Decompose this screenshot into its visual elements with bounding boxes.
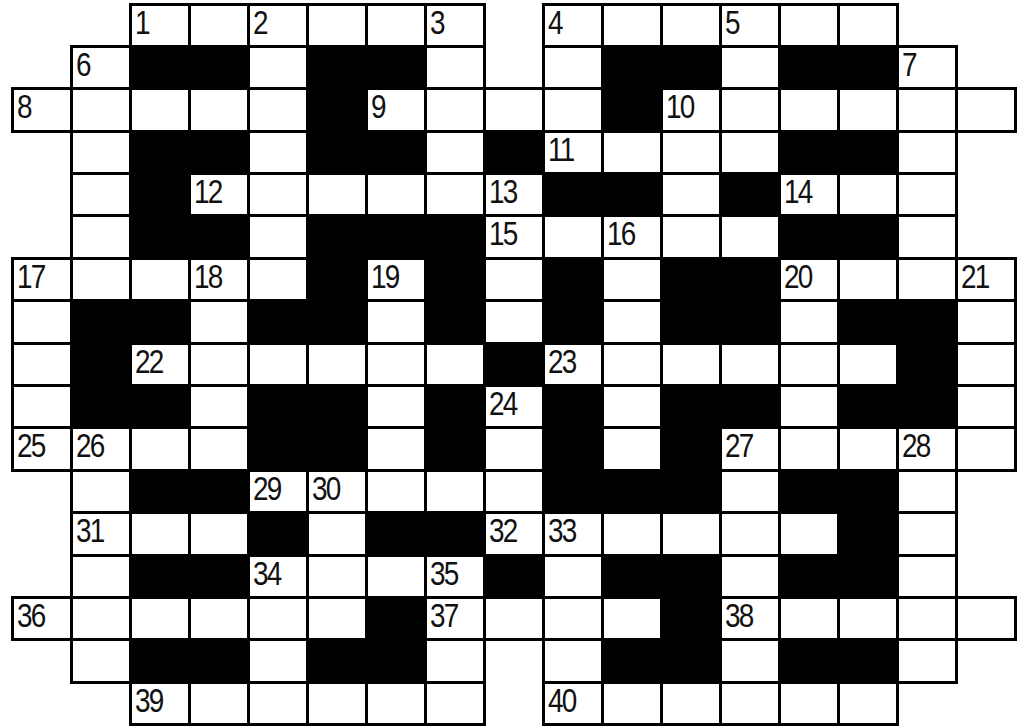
black-cell-r13-c8 (483, 554, 545, 599)
black-cell-r6-c11 (660, 257, 722, 302)
white-cell-r14-c3[interactable] (188, 596, 250, 641)
clue-number-17: 17 (17, 260, 45, 292)
black-cell-r7-c15 (896, 299, 958, 344)
white-cell-r12-c2[interactable] (129, 511, 191, 556)
clue-number-13: 13 (489, 175, 517, 207)
white-cell-r13-c15[interactable] (896, 554, 958, 599)
white-cell-r11-c8[interactable] (483, 469, 545, 514)
black-cell-r4-c9 (542, 172, 604, 217)
white-cell-r16-c13[interactable] (778, 681, 840, 726)
void-r13-c0 (12, 555, 71, 597)
white-cell-r12-c13[interactable] (778, 511, 840, 556)
white-cell-r1-c7[interactable] (424, 45, 486, 90)
void-r1-c16 (956, 46, 1015, 88)
white-cell-r9-c8[interactable]: 24 (483, 384, 545, 429)
white-cell-r0-c5[interactable] (306, 3, 368, 48)
white-cell-r14-c12[interactable]: 38 (719, 596, 781, 641)
white-cell-r13-c7[interactable]: 35 (424, 554, 486, 599)
white-cell-r5-c11[interactable] (660, 214, 722, 259)
black-cell-r3-c3 (188, 130, 250, 175)
void-r0-c1 (71, 4, 130, 46)
white-cell-r10-c14[interactable] (837, 426, 899, 471)
white-cell-r8-c6[interactable] (365, 342, 427, 387)
white-cell-r10-c13[interactable] (778, 426, 840, 471)
white-cell-r2-c12[interactable] (719, 87, 781, 132)
white-cell-r2-c6[interactable]: 9 (365, 87, 427, 132)
white-cell-r6-c3[interactable]: 18 (188, 257, 250, 302)
white-cell-r8-c7[interactable] (424, 342, 486, 387)
white-cell-r0-c6[interactable] (365, 3, 427, 48)
void-r15-c16 (956, 640, 1015, 682)
white-cell-r10-c8[interactable] (483, 426, 545, 471)
black-cell-r11-c3 (188, 469, 250, 514)
white-cell-r4-c7[interactable] (424, 172, 486, 217)
clue-number-26: 26 (76, 429, 104, 461)
white-cell-r14-c16[interactable] (955, 596, 1017, 641)
white-cell-r3-c15[interactable] (896, 130, 958, 175)
black-cell-r7-c7 (424, 299, 486, 344)
white-cell-r4-c15[interactable] (896, 172, 958, 217)
white-cell-r14-c13[interactable] (778, 596, 840, 641)
white-cell-r2-c7[interactable] (424, 87, 486, 132)
white-cell-r6-c13[interactable]: 20 (778, 257, 840, 302)
black-cell-r13-c3 (188, 554, 250, 599)
white-cell-r16-c5[interactable] (306, 681, 368, 726)
white-cell-r4-c6[interactable] (365, 172, 427, 217)
white-cell-r13-c4[interactable]: 34 (247, 554, 309, 599)
white-cell-r16-c11[interactable] (660, 681, 722, 726)
white-cell-r1-c1[interactable]: 6 (70, 45, 132, 90)
black-cell-r11-c2 (129, 469, 191, 514)
black-cell-r12-c7 (424, 511, 486, 556)
white-cell-r12-c3[interactable] (188, 511, 250, 556)
white-cell-r2-c11[interactable]: 10 (660, 87, 722, 132)
black-cell-r2-c10 (601, 87, 663, 132)
white-cell-r11-c12[interactable] (719, 469, 781, 514)
white-cell-r16-c7[interactable] (424, 681, 486, 726)
white-cell-r2-c2[interactable] (129, 87, 191, 132)
clue-number-16: 16 (607, 217, 635, 249)
clue-number-40: 40 (548, 684, 576, 716)
black-cell-r8-c15 (896, 342, 958, 387)
white-cell-r10-c2[interactable] (129, 426, 191, 471)
white-cell-r6-c2[interactable] (129, 257, 191, 302)
black-cell-r6-c9 (542, 257, 604, 302)
black-cell-r10-c7 (424, 426, 486, 471)
white-cell-r14-c5[interactable] (306, 596, 368, 641)
white-cell-r12-c15[interactable] (896, 511, 958, 556)
clue-number-9: 9 (371, 90, 385, 122)
white-cell-r9-c16[interactable] (955, 384, 1017, 429)
black-cell-r7-c2 (129, 299, 191, 344)
black-cell-r1-c3 (188, 45, 250, 90)
white-cell-r12-c8[interactable]: 32 (483, 511, 545, 556)
black-cell-r7-c11 (660, 299, 722, 344)
white-cell-r15-c4[interactable] (247, 638, 309, 683)
white-cell-r8-c13[interactable] (778, 342, 840, 387)
white-cell-r10-c12[interactable]: 27 (719, 426, 781, 471)
white-cell-r14-c10[interactable] (601, 596, 663, 641)
white-cell-r12-c11[interactable] (660, 511, 722, 556)
white-cell-r8-c9[interactable]: 23 (542, 342, 604, 387)
white-cell-r11-c4[interactable]: 29 (247, 469, 309, 514)
clue-number-31: 31 (76, 514, 104, 546)
white-cell-r10-c0[interactable]: 25 (11, 426, 73, 471)
clue-number-11: 11 (548, 133, 574, 165)
white-cell-r8-c0[interactable] (11, 342, 73, 387)
white-cell-r7-c3[interactable] (188, 299, 250, 344)
white-cell-r15-c1[interactable] (70, 638, 132, 683)
white-cell-r0-c2[interactable]: 1 (129, 3, 191, 48)
white-cell-r0-c11[interactable] (660, 3, 722, 48)
white-cell-r16-c10[interactable] (601, 681, 663, 726)
white-cell-r8-c16[interactable] (955, 342, 1017, 387)
white-cell-r2-c0[interactable]: 8 (11, 87, 73, 132)
white-cell-r0-c3[interactable] (188, 3, 250, 48)
white-cell-r14-c14[interactable] (837, 596, 899, 641)
white-cell-r7-c0[interactable] (11, 299, 73, 344)
void-r12-c16 (956, 513, 1015, 555)
white-cell-r8-c5[interactable] (306, 342, 368, 387)
white-cell-r2-c13[interactable] (778, 87, 840, 132)
black-cell-r10-c11 (660, 426, 722, 471)
clue-number-38: 38 (725, 599, 753, 631)
white-cell-r2-c8[interactable] (483, 87, 545, 132)
white-cell-r8-c2[interactable]: 22 (129, 342, 191, 387)
white-cell-r12-c10[interactable] (601, 511, 663, 556)
white-cell-r9-c3[interactable] (188, 384, 250, 429)
white-cell-r14-c7[interactable]: 37 (424, 596, 486, 641)
black-cell-r14-c11 (660, 596, 722, 641)
white-cell-r6-c0[interactable]: 17 (11, 257, 73, 302)
white-cell-r13-c6[interactable] (365, 554, 427, 599)
white-cell-r9-c6[interactable] (365, 384, 427, 429)
void-r13-c16 (956, 555, 1015, 597)
white-cell-r10-c10[interactable] (601, 426, 663, 471)
clue-number-39: 39 (135, 684, 163, 716)
black-cell-r1-c6 (365, 45, 427, 90)
black-cell-r8-c1 (70, 342, 132, 387)
clue-number-5: 5 (725, 6, 739, 38)
clue-number-37: 37 (430, 599, 458, 631)
white-cell-r3-c9[interactable]: 11 (542, 130, 604, 175)
white-cell-r3-c4[interactable] (247, 130, 309, 175)
black-cell-r1-c5 (306, 45, 368, 90)
white-cell-r16-c12[interactable] (719, 681, 781, 726)
void-r15-c0 (12, 640, 71, 682)
white-cell-r3-c7[interactable] (424, 130, 486, 175)
white-cell-r5-c12[interactable] (719, 214, 781, 259)
void-r4-c0 (12, 174, 71, 216)
white-cell-r2-c9[interactable] (542, 87, 604, 132)
white-cell-r15-c15[interactable] (896, 638, 958, 683)
black-cell-r9-c14 (837, 384, 899, 429)
white-cell-r4-c4[interactable] (247, 172, 309, 217)
white-cell-r1-c12[interactable] (719, 45, 781, 90)
white-cell-r10-c3[interactable] (188, 426, 250, 471)
white-cell-r6-c16[interactable]: 21 (955, 257, 1017, 302)
white-cell-r0-c7[interactable]: 3 (424, 3, 486, 48)
white-cell-r4-c13[interactable]: 14 (778, 172, 840, 217)
white-cell-r14-c2[interactable] (129, 596, 191, 641)
clue-number-20: 20 (784, 260, 812, 292)
white-cell-r8-c11[interactable] (660, 342, 722, 387)
white-cell-r12-c5[interactable] (306, 511, 368, 556)
white-cell-r5-c15[interactable] (896, 214, 958, 259)
black-cell-r1-c10 (601, 45, 663, 90)
white-cell-r11-c1[interactable] (70, 469, 132, 514)
white-cell-r9-c10[interactable] (601, 384, 663, 429)
void-r11-c0 (12, 470, 71, 512)
black-cell-r11-c10 (601, 469, 663, 514)
black-cell-r9-c4 (247, 384, 309, 429)
black-cell-r4-c2 (129, 172, 191, 217)
white-cell-r5-c8[interactable]: 15 (483, 214, 545, 259)
white-cell-r6-c6[interactable]: 19 (365, 257, 427, 302)
black-cell-r9-c12 (719, 384, 781, 429)
clue-number-33: 33 (548, 514, 576, 546)
black-cell-r3-c8 (483, 130, 545, 175)
white-cell-r5-c4[interactable] (247, 214, 309, 259)
void-r16-c8 (484, 682, 543, 724)
clue-number-34: 34 (253, 557, 281, 589)
white-cell-r8-c10[interactable] (601, 342, 663, 387)
white-cell-r5-c10[interactable]: 16 (601, 214, 663, 259)
clue-number-24: 24 (489, 387, 517, 419)
white-cell-r7-c13[interactable] (778, 299, 840, 344)
black-cell-r9-c2 (129, 384, 191, 429)
clue-number-10: 10 (666, 90, 694, 122)
black-cell-r4-c10 (601, 172, 663, 217)
white-cell-r4-c1[interactable] (70, 172, 132, 217)
white-cell-r16-c3[interactable] (188, 681, 250, 726)
black-cell-r7-c4 (247, 299, 309, 344)
white-cell-r14-c8[interactable] (483, 596, 545, 641)
white-cell-r6-c10[interactable] (601, 257, 663, 302)
white-cell-r11-c15[interactable] (896, 469, 958, 514)
white-cell-r1-c15[interactable]: 7 (896, 45, 958, 90)
void-r0-c8 (484, 4, 543, 46)
black-cell-r6-c12 (719, 257, 781, 302)
black-cell-r15-c6 (365, 638, 427, 683)
white-cell-r6-c4[interactable] (247, 257, 309, 302)
white-cell-r16-c2[interactable]: 39 (129, 681, 191, 726)
white-cell-r0-c12[interactable]: 5 (719, 3, 781, 48)
clue-number-15: 15 (489, 217, 517, 249)
black-cell-r3-c6 (365, 130, 427, 175)
white-cell-r12-c9[interactable]: 33 (542, 511, 604, 556)
white-cell-r11-c7[interactable] (424, 469, 486, 514)
white-cell-r2-c1[interactable] (70, 87, 132, 132)
crossword-grid: 1234567891011121314151617181920212223242… (12, 4, 1015, 725)
white-cell-r10-c16[interactable] (955, 426, 1017, 471)
black-cell-r8-c8 (483, 342, 545, 387)
black-cell-r15-c5 (306, 638, 368, 683)
white-cell-r15-c7[interactable] (424, 638, 486, 683)
white-cell-r5-c9[interactable] (542, 214, 604, 259)
clue-number-35: 35 (430, 557, 458, 589)
black-cell-r9-c5 (306, 384, 368, 429)
black-cell-r4-c12 (719, 172, 781, 217)
white-cell-r13-c12[interactable] (719, 554, 781, 599)
white-cell-r15-c12[interactable] (719, 638, 781, 683)
white-cell-r2-c4[interactable] (247, 87, 309, 132)
black-cell-r10-c5 (306, 426, 368, 471)
white-cell-r9-c0[interactable] (11, 384, 73, 429)
black-cell-r5-c13 (778, 214, 840, 259)
void-r3-c16 (956, 131, 1015, 173)
black-cell-r15-c11 (660, 638, 722, 683)
black-cell-r13-c11 (660, 554, 722, 599)
clue-number-29: 29 (253, 472, 281, 504)
white-cell-r4-c14[interactable] (837, 172, 899, 217)
white-cell-r1-c4[interactable] (247, 45, 309, 90)
void-r0-c16 (956, 4, 1015, 46)
white-cell-r16-c6[interactable] (365, 681, 427, 726)
void-r12-c0 (12, 513, 71, 555)
void-r1-c8 (484, 46, 543, 88)
white-cell-r3-c12[interactable] (719, 130, 781, 175)
white-cell-r5-c1[interactable] (70, 214, 132, 259)
white-cell-r2-c16[interactable] (955, 87, 1017, 132)
black-cell-r5-c2 (129, 214, 191, 259)
clue-number-27: 27 (725, 429, 753, 461)
black-cell-r9-c1 (70, 384, 132, 429)
black-cell-r15-c2 (129, 638, 191, 683)
clue-number-30: 30 (312, 472, 340, 504)
white-cell-r15-c9[interactable] (542, 638, 604, 683)
clue-number-3: 3 (430, 6, 444, 38)
white-cell-r4-c3[interactable]: 12 (188, 172, 250, 217)
void-r5-c0 (12, 216, 71, 258)
white-cell-r2-c14[interactable] (837, 87, 899, 132)
black-cell-r7-c1 (70, 299, 132, 344)
black-cell-r10-c4 (247, 426, 309, 471)
black-cell-r1-c2 (129, 45, 191, 90)
white-cell-r8-c14[interactable] (837, 342, 899, 387)
white-cell-r7-c8[interactable] (483, 299, 545, 344)
white-cell-r3-c11[interactable] (660, 130, 722, 175)
black-cell-r7-c12 (719, 299, 781, 344)
white-cell-r0-c10[interactable] (601, 3, 663, 48)
white-cell-r6-c8[interactable] (483, 257, 545, 302)
clue-number-32: 32 (489, 514, 517, 546)
white-cell-r12-c12[interactable] (719, 511, 781, 556)
clue-number-28: 28 (902, 429, 930, 461)
white-cell-r14-c1[interactable] (70, 596, 132, 641)
black-cell-r13-c10 (601, 554, 663, 599)
white-cell-r6-c14[interactable] (837, 257, 899, 302)
black-cell-r9-c9 (542, 384, 604, 429)
white-cell-r7-c10[interactable] (601, 299, 663, 344)
white-cell-r10-c6[interactable] (365, 426, 427, 471)
clue-number-2: 2 (253, 6, 267, 38)
white-cell-r0-c13[interactable] (778, 3, 840, 48)
black-cell-r9-c7 (424, 384, 486, 429)
clue-number-8: 8 (17, 90, 31, 122)
black-cell-r5-c3 (188, 214, 250, 259)
white-cell-r7-c6[interactable] (365, 299, 427, 344)
clue-number-36: 36 (17, 599, 45, 631)
white-cell-r12-c1[interactable]: 31 (70, 511, 132, 556)
clue-number-1: 1 (135, 6, 149, 38)
white-cell-r10-c1[interactable]: 26 (70, 426, 132, 471)
black-cell-r11-c13 (778, 469, 840, 514)
white-cell-r10-c15[interactable]: 28 (896, 426, 958, 471)
void-r16-c15 (897, 682, 956, 724)
white-cell-r8-c3[interactable] (188, 342, 250, 387)
white-cell-r13-c1[interactable] (70, 554, 132, 599)
white-cell-r16-c4[interactable] (247, 681, 309, 726)
white-cell-r0-c14[interactable] (837, 3, 899, 48)
black-cell-r3-c14 (837, 130, 899, 175)
black-cell-r5-c14 (837, 214, 899, 259)
black-cell-r13-c2 (129, 554, 191, 599)
white-cell-r8-c12[interactable] (719, 342, 781, 387)
black-cell-r7-c14 (837, 299, 899, 344)
black-cell-r2-c5 (306, 87, 368, 132)
white-cell-r4-c8[interactable]: 13 (483, 172, 545, 217)
white-cell-r3-c10[interactable] (601, 130, 663, 175)
void-r16-c1 (71, 682, 130, 724)
white-cell-r4-c5[interactable] (306, 172, 368, 217)
white-cell-r14-c0[interactable]: 36 (11, 596, 73, 641)
white-cell-r11-c6[interactable] (365, 469, 427, 514)
black-cell-r1-c11 (660, 45, 722, 90)
white-cell-r7-c16[interactable] (955, 299, 1017, 344)
white-cell-r9-c13[interactable] (778, 384, 840, 429)
black-cell-r12-c4 (247, 511, 309, 556)
white-cell-r8-c4[interactable] (247, 342, 309, 387)
white-cell-r1-c9[interactable] (542, 45, 604, 90)
black-cell-r5-c7 (424, 214, 486, 259)
black-cell-r15-c3 (188, 638, 250, 683)
white-cell-r4-c11[interactable] (660, 172, 722, 217)
void-r0-c0 (12, 4, 71, 46)
clue-number-12: 12 (194, 175, 222, 207)
clue-number-23: 23 (548, 345, 576, 377)
white-cell-r2-c3[interactable] (188, 87, 250, 132)
black-cell-r3-c5 (306, 130, 368, 175)
white-cell-r16-c14[interactable] (837, 681, 899, 726)
white-cell-r0-c4[interactable]: 2 (247, 3, 309, 48)
white-cell-r0-c9[interactable]: 4 (542, 3, 604, 48)
white-cell-r6-c1[interactable] (70, 257, 132, 302)
black-cell-r12-c6 (365, 511, 427, 556)
white-cell-r14-c9[interactable] (542, 596, 604, 641)
void-r5-c16 (956, 216, 1015, 258)
black-cell-r9-c11 (660, 384, 722, 429)
white-cell-r13-c5[interactable] (306, 554, 368, 599)
white-cell-r16-c9[interactable]: 40 (542, 681, 604, 726)
white-cell-r13-c9[interactable] (542, 554, 604, 599)
clue-number-18: 18 (194, 260, 222, 292)
white-cell-r6-c15[interactable] (896, 257, 958, 302)
black-cell-r3-c13 (778, 130, 840, 175)
white-cell-r3-c1[interactable] (70, 130, 132, 175)
black-cell-r12-c14 (837, 511, 899, 556)
void-r15-c8 (484, 640, 543, 682)
void-r11-c16 (956, 470, 1015, 512)
void-r3-c0 (12, 131, 71, 173)
white-cell-r11-c5[interactable]: 30 (306, 469, 368, 514)
white-cell-r2-c15[interactable] (896, 87, 958, 132)
crossword-page: 1234567891011121314151617181920212223242… (0, 0, 1024, 727)
white-cell-r14-c4[interactable] (247, 596, 309, 641)
black-cell-r11-c14 (837, 469, 899, 514)
black-cell-r15-c10 (601, 638, 663, 683)
white-cell-r14-c15[interactable] (896, 596, 958, 641)
